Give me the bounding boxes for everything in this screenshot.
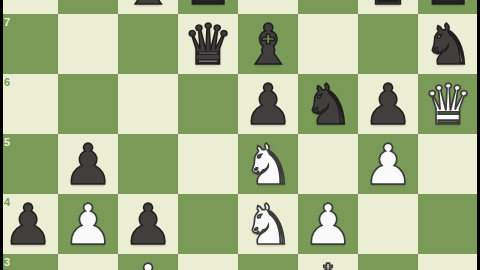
square-d4[interactable]	[178, 194, 238, 254]
square-b8[interactable]	[58, 0, 118, 14]
square-g6[interactable]: ♟	[358, 74, 418, 134]
piece-black-knight-h7[interactable]: ♞	[418, 14, 478, 74]
square-b4[interactable]: ♟	[58, 194, 118, 254]
square-c8[interactable]: ♝	[118, 0, 178, 14]
square-c5[interactable]	[118, 134, 178, 194]
square-f4[interactable]: ♟	[298, 194, 358, 254]
square-d3[interactable]	[178, 254, 238, 270]
square-f7[interactable]	[298, 14, 358, 74]
rank-label-7: 7	[4, 16, 10, 28]
square-c6[interactable]	[118, 74, 178, 134]
piece-white-queen-h6[interactable]: ♛	[418, 74, 478, 134]
square-g8[interactable]: ♚	[358, 0, 418, 14]
square-a8[interactable]	[0, 0, 58, 14]
square-f3[interactable]: ♚	[298, 254, 358, 270]
square-h4[interactable]	[418, 194, 478, 254]
square-c3[interactable]: ♟	[118, 254, 178, 270]
letterbox-left-bar	[0, 0, 3, 270]
square-g7[interactable]	[358, 14, 418, 74]
square-e6[interactable]: ♟	[238, 74, 298, 134]
piece-black-king-g8[interactable]: ♚	[358, 0, 418, 14]
square-d5[interactable]	[178, 134, 238, 194]
square-h3[interactable]	[418, 254, 478, 270]
square-c7[interactable]	[118, 14, 178, 74]
piece-black-bishop-e7[interactable]: ♝	[238, 14, 298, 74]
square-a3[interactable]: 3	[0, 254, 58, 270]
square-h6[interactable]: ♛	[418, 74, 478, 134]
square-d6[interactable]	[178, 74, 238, 134]
square-h7[interactable]: ♞	[418, 14, 478, 74]
rank-label-6: 6	[4, 76, 10, 88]
board-viewport: ♝♜♚♜7♛♝♞6♟♞♟♛5♟♞♟4♟♟♟♞♟3♟♚	[0, 0, 480, 270]
piece-black-queen-d7[interactable]: ♛	[178, 14, 238, 74]
rank-label-3: 3	[4, 256, 10, 268]
square-b3[interactable]	[58, 254, 118, 270]
piece-white-pawn-g5[interactable]: ♟	[358, 134, 418, 194]
piece-black-knight-f6[interactable]: ♞	[298, 74, 358, 134]
square-a5[interactable]: 5	[0, 134, 58, 194]
piece-black-bishop-c8[interactable]: ♝	[118, 0, 178, 14]
piece-black-pawn-a4[interactable]: ♟	[0, 194, 58, 254]
square-e4[interactable]: ♞	[238, 194, 298, 254]
square-b6[interactable]	[58, 74, 118, 134]
square-e3[interactable]	[238, 254, 298, 270]
square-d7[interactable]: ♛	[178, 14, 238, 74]
piece-white-knight-e5[interactable]: ♞	[238, 134, 298, 194]
piece-black-pawn-c4[interactable]: ♟	[118, 194, 178, 254]
square-c4[interactable]: ♟	[118, 194, 178, 254]
piece-black-pawn-e6[interactable]: ♟	[238, 74, 298, 134]
square-f5[interactable]	[298, 134, 358, 194]
square-f6[interactable]: ♞	[298, 74, 358, 134]
rank-label-5: 5	[4, 136, 10, 148]
square-f8[interactable]	[298, 0, 358, 14]
chess-board: ♝♜♚♜7♛♝♞6♟♞♟♛5♟♞♟4♟♟♟♞♟3♟♚	[0, 0, 478, 270]
piece-white-pawn-c3[interactable]: ♟	[118, 254, 178, 270]
piece-white-pawn-b4[interactable]: ♟	[58, 194, 118, 254]
square-e7[interactable]: ♝	[238, 14, 298, 74]
square-h5[interactable]	[418, 134, 478, 194]
square-g5[interactable]: ♟	[358, 134, 418, 194]
square-e5[interactable]: ♞	[238, 134, 298, 194]
square-a6[interactable]: 6	[0, 74, 58, 134]
square-a4[interactable]: 4♟	[0, 194, 58, 254]
square-b5[interactable]: ♟	[58, 134, 118, 194]
piece-black-pawn-g6[interactable]: ♟	[358, 74, 418, 134]
piece-white-king-f3[interactable]: ♚	[298, 254, 358, 270]
piece-white-pawn-f4[interactable]: ♟	[298, 194, 358, 254]
piece-white-knight-e4[interactable]: ♞	[238, 194, 298, 254]
square-b7[interactable]	[58, 14, 118, 74]
square-g3[interactable]	[358, 254, 418, 270]
square-a7[interactable]: 7	[0, 14, 58, 74]
piece-black-pawn-b5[interactable]: ♟	[58, 134, 118, 194]
square-g4[interactable]	[358, 194, 418, 254]
